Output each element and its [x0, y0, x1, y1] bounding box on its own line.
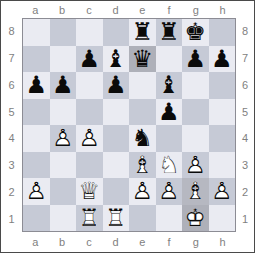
rank-label-7: 7: [1, 45, 22, 72]
rank-label-8: 8: [1, 18, 22, 45]
white-king[interactable]: ♚♔: [182, 205, 209, 232]
piece-glyph: ♕: [78, 179, 100, 203]
square-e5[interactable]: [129, 99, 156, 126]
square-f2[interactable]: ♟♙: [156, 178, 183, 205]
chess-board: ♜♜♚♟♝♛♟♟♟♟♟♝♟♟♙♟♙♞♝♗♞♘♟♙♟♙♛♕♟♙♟♙♝♗♟♙♜♖♜♖…: [22, 18, 236, 232]
piece-glyph: ♟: [52, 73, 74, 97]
piece-glyph: ♙: [211, 179, 233, 203]
square-a1[interactable]: [23, 205, 50, 232]
square-h3[interactable]: [209, 152, 236, 179]
black-king[interactable]: ♚: [182, 19, 209, 46]
square-h5[interactable]: [209, 99, 236, 126]
piece-glyph: ♚: [184, 20, 206, 44]
square-b8[interactable]: [50, 19, 77, 46]
square-a3[interactable]: [23, 152, 50, 179]
piece-glyph: ♟: [78, 47, 100, 71]
file-label-g: g: [183, 1, 210, 18]
file-label-d: d: [102, 1, 129, 18]
square-a4[interactable]: [23, 125, 50, 152]
square-b1[interactable]: [50, 205, 77, 232]
square-d7[interactable]: ♝: [103, 46, 130, 73]
square-f7[interactable]: [156, 46, 183, 73]
file-label-c: c: [76, 232, 103, 252]
black-knight[interactable]: ♞: [129, 125, 156, 152]
piece-glyph: ♝: [158, 73, 180, 97]
black-pawn[interactable]: ♟: [209, 46, 236, 73]
file-label-h: h: [209, 232, 236, 252]
black-pawn[interactable]: ♟: [50, 72, 77, 99]
square-d8[interactable]: [103, 19, 130, 46]
rank-labels-right: 87654321: [236, 18, 254, 232]
piece-glyph: ♞: [131, 126, 153, 150]
square-a5[interactable]: [23, 99, 50, 126]
rank-label-8: 8: [236, 18, 254, 45]
black-pawn[interactable]: ♟: [76, 46, 103, 73]
square-f5[interactable]: ♟: [156, 99, 183, 126]
piece-glyph: ♙: [25, 179, 47, 203]
square-c4[interactable]: ♟♙: [76, 125, 103, 152]
piece-glyph: ♟: [25, 73, 47, 97]
file-label-f: f: [156, 232, 183, 252]
piece-glyph: ♙: [52, 126, 74, 150]
square-d4[interactable]: [103, 125, 130, 152]
piece-glyph: ♟: [184, 47, 206, 71]
white-pawn[interactable]: ♟♙: [23, 178, 50, 205]
square-g2[interactable]: ♝♗: [182, 178, 209, 205]
square-e1[interactable]: [129, 205, 156, 232]
piece-glyph: ♛: [131, 47, 153, 71]
piece-glyph: ♔: [184, 206, 206, 230]
rank-label-1: 1: [236, 205, 254, 232]
file-label-e: e: [129, 232, 156, 252]
white-knight[interactable]: ♞♘: [156, 152, 183, 179]
rank-label-3: 3: [1, 152, 22, 179]
black-rook[interactable]: ♜: [156, 19, 183, 46]
rank-label-3: 3: [236, 152, 254, 179]
white-pawn[interactable]: ♟♙: [76, 125, 103, 152]
square-b3[interactable]: [50, 152, 77, 179]
white-pawn[interactable]: ♟♙: [156, 178, 183, 205]
square-h2[interactable]: ♟♙: [209, 178, 236, 205]
square-e3[interactable]: ♝♗: [129, 152, 156, 179]
rank-labels-left: 87654321: [1, 18, 22, 232]
file-label-f: f: [156, 1, 183, 18]
file-label-e: e: [129, 1, 156, 18]
black-pawn[interactable]: ♟: [103, 72, 130, 99]
file-label-d: d: [102, 232, 129, 252]
rank-label-5: 5: [1, 98, 22, 125]
square-c3[interactable]: [76, 152, 103, 179]
square-g7[interactable]: ♟: [182, 46, 209, 73]
square-d6[interactable]: ♟: [103, 72, 130, 99]
piece-glyph: ♟: [105, 73, 127, 97]
square-h8[interactable]: [209, 19, 236, 46]
black-rook[interactable]: ♜: [129, 19, 156, 46]
square-c8[interactable]: [76, 19, 103, 46]
file-labels-top: abcdefgh: [22, 1, 236, 18]
rank-label-2: 2: [236, 179, 254, 206]
white-bishop[interactable]: ♝♗: [182, 178, 209, 205]
file-label-b: b: [49, 232, 76, 252]
file-label-a: a: [22, 1, 49, 18]
black-bishop[interactable]: ♝: [103, 46, 130, 73]
square-a2[interactable]: ♟♙: [23, 178, 50, 205]
piece-glyph: ♜: [158, 20, 180, 44]
square-a7[interactable]: [23, 46, 50, 73]
piece-glyph: ♙: [184, 153, 206, 177]
rank-label-2: 2: [1, 179, 22, 206]
piece-glyph: ♖: [78, 206, 100, 230]
square-c5[interactable]: [76, 99, 103, 126]
piece-glyph: ♙: [158, 179, 180, 203]
square-f6[interactable]: ♝: [156, 72, 183, 99]
square-e6[interactable]: [129, 72, 156, 99]
square-g6[interactable]: [182, 72, 209, 99]
square-a6[interactable]: ♟: [23, 72, 50, 99]
piece-glyph: ♜: [131, 20, 153, 44]
square-f3[interactable]: ♞♘: [156, 152, 183, 179]
piece-glyph: ♟: [158, 100, 180, 124]
rank-label-6: 6: [1, 72, 22, 99]
square-f4[interactable]: [156, 125, 183, 152]
white-bishop[interactable]: ♝♗: [129, 152, 156, 179]
file-label-g: g: [183, 232, 210, 252]
file-labels-bottom: abcdefgh: [22, 232, 236, 252]
square-e2[interactable]: ♟♙: [129, 178, 156, 205]
file-label-b: b: [49, 1, 76, 18]
square-b2[interactable]: [50, 178, 77, 205]
square-d2[interactable]: [103, 178, 130, 205]
black-queen[interactable]: ♛: [129, 46, 156, 73]
rank-label-5: 5: [236, 98, 254, 125]
piece-glyph: ♟: [211, 47, 233, 71]
piece-glyph: ♗: [184, 179, 206, 203]
file-label-h: h: [209, 1, 236, 18]
piece-glyph: ♙: [78, 126, 100, 150]
square-b6[interactable]: ♟: [50, 72, 77, 99]
white-queen[interactable]: ♛♕: [76, 178, 103, 205]
square-h7[interactable]: ♟: [209, 46, 236, 73]
piece-glyph: ♙: [131, 179, 153, 203]
square-f1[interactable]: [156, 205, 183, 232]
piece-glyph: ♖: [105, 206, 127, 230]
square-c2[interactable]: ♛♕: [76, 178, 103, 205]
square-d1[interactable]: ♜♖: [103, 205, 130, 232]
black-pawn[interactable]: ♟: [156, 99, 183, 126]
square-f8[interactable]: ♜: [156, 19, 183, 46]
black-pawn[interactable]: ♟: [182, 46, 209, 73]
square-c7[interactable]: ♟: [76, 46, 103, 73]
square-h6[interactable]: [209, 72, 236, 99]
piece-glyph: ♘: [158, 153, 180, 177]
square-b4[interactable]: ♟♙: [50, 125, 77, 152]
rank-label-6: 6: [236, 72, 254, 99]
rank-label-1: 1: [1, 205, 22, 232]
white-pawn[interactable]: ♟♙: [129, 178, 156, 205]
square-e4[interactable]: ♞: [129, 125, 156, 152]
square-b5[interactable]: [50, 99, 77, 126]
square-d5[interactable]: [103, 99, 130, 126]
white-rook[interactable]: ♜♖: [76, 205, 103, 232]
square-c6[interactable]: [76, 72, 103, 99]
square-g3[interactable]: ♟♙: [182, 152, 209, 179]
square-e7[interactable]: ♛: [129, 46, 156, 73]
square-g5[interactable]: [182, 99, 209, 126]
square-b7[interactable]: [50, 46, 77, 73]
white-pawn[interactable]: ♟♙: [50, 125, 77, 152]
square-c1[interactable]: ♜♖: [76, 205, 103, 232]
black-bishop[interactable]: ♝: [156, 72, 183, 99]
white-pawn[interactable]: ♟♙: [182, 152, 209, 179]
piece-glyph: ♝: [105, 47, 127, 71]
square-d3[interactable]: [103, 152, 130, 179]
square-h4[interactable]: [209, 125, 236, 152]
piece-glyph: ♗: [131, 153, 153, 177]
square-a8[interactable]: [23, 19, 50, 46]
square-e8[interactable]: ♜: [129, 19, 156, 46]
white-rook[interactable]: ♜♖: [103, 205, 130, 232]
square-g4[interactable]: [182, 125, 209, 152]
square-h1[interactable]: [209, 205, 236, 232]
white-pawn[interactable]: ♟♙: [209, 178, 236, 205]
black-pawn[interactable]: ♟: [23, 72, 50, 99]
square-g8[interactable]: ♚: [182, 19, 209, 46]
rank-label-4: 4: [1, 125, 22, 152]
file-label-a: a: [22, 232, 49, 252]
rank-label-7: 7: [236, 45, 254, 72]
file-label-c: c: [76, 1, 103, 18]
chess-diagram: abcdefgh 87654321 ♜♜♚♟♝♛♟♟♟♟♟♝♟♟♙♟♙♞♝♗♞♘…: [0, 0, 255, 253]
square-g1[interactable]: ♚♔: [182, 205, 209, 232]
rank-label-4: 4: [236, 125, 254, 152]
